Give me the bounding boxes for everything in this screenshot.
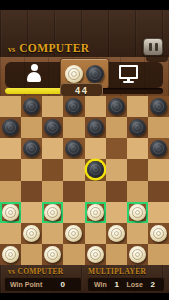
- white-checker[interactable]: [65, 225, 82, 242]
- square-d6[interactable]: [63, 138, 84, 159]
- square-h2[interactable]: [148, 223, 169, 244]
- square-a8[interactable]: [0, 96, 21, 117]
- player-bar: 44: [0, 57, 169, 96]
- win-point-label: Win Point: [10, 281, 42, 288]
- square-e3[interactable]: [85, 202, 106, 223]
- footer-right-heading: MULTIPLAYER: [88, 267, 146, 276]
- square-h7[interactable]: [148, 117, 169, 138]
- black-checker[interactable]: [65, 140, 82, 157]
- white-checker[interactable]: [23, 225, 40, 242]
- square-c4[interactable]: [42, 181, 63, 202]
- square-a3[interactable]: [0, 202, 21, 223]
- square-g2[interactable]: [127, 223, 148, 244]
- square-a2[interactable]: [0, 223, 21, 244]
- square-c8[interactable]: [42, 96, 63, 117]
- square-b8[interactable]: [21, 96, 42, 117]
- square-g6[interactable]: [127, 138, 148, 159]
- square-c1[interactable]: [42, 244, 63, 265]
- title-prefix: vs: [8, 45, 15, 54]
- square-d5[interactable]: [63, 159, 84, 180]
- board: [0, 96, 169, 265]
- square-d4[interactable]: [63, 181, 84, 202]
- square-e2[interactable]: [85, 223, 106, 244]
- square-b6[interactable]: [21, 138, 42, 159]
- black-checker[interactable]: [23, 140, 40, 157]
- black-checker[interactable]: [150, 140, 167, 157]
- square-f5[interactable]: [106, 159, 127, 180]
- square-h8[interactable]: [148, 96, 169, 117]
- black-checker[interactable]: [23, 98, 40, 115]
- footer: vs COMPUTER MULTIPLAYER Win Point 0 Win …: [0, 265, 169, 293]
- white-checker[interactable]: [150, 225, 167, 242]
- app-screen: vs COMPUTER 44 vs COMPUTER MU: [0, 0, 169, 300]
- square-h5[interactable]: [148, 159, 169, 180]
- square-c7[interactable]: [42, 117, 63, 138]
- square-e5[interactable]: [85, 159, 106, 180]
- black-checker[interactable]: [129, 119, 146, 136]
- white-checker[interactable]: [87, 246, 104, 263]
- square-b4[interactable]: [21, 181, 42, 202]
- white-checker[interactable]: [44, 246, 61, 263]
- square-f6[interactable]: [106, 138, 127, 159]
- timer-value: 44: [60, 83, 103, 97]
- white-checker[interactable]: [44, 204, 61, 221]
- white-checker[interactable]: [129, 204, 146, 221]
- square-c2[interactable]: [42, 223, 63, 244]
- square-g4[interactable]: [127, 181, 148, 202]
- black-checker[interactable]: [44, 119, 61, 136]
- black-checker[interactable]: [150, 98, 167, 115]
- square-g5[interactable]: [127, 159, 148, 180]
- white-checker[interactable]: [2, 246, 19, 263]
- pause-icon: [149, 43, 152, 51]
- square-h1[interactable]: [148, 244, 169, 265]
- square-g1[interactable]: [127, 244, 148, 265]
- square-e6[interactable]: [85, 138, 106, 159]
- square-g7[interactable]: [127, 117, 148, 138]
- square-d1[interactable]: [63, 244, 84, 265]
- square-f1[interactable]: [106, 244, 127, 265]
- page-title: vs COMPUTER: [8, 38, 89, 56]
- square-c3[interactable]: [42, 202, 63, 223]
- white-checker[interactable]: [108, 225, 125, 242]
- square-g8[interactable]: [127, 96, 148, 117]
- timer-progress-fill: [5, 88, 60, 94]
- computer-icon: [118, 65, 138, 83]
- black-checker[interactable]: [2, 119, 19, 136]
- square-b2[interactable]: [21, 223, 42, 244]
- square-a1[interactable]: [0, 244, 21, 265]
- win-label: Win: [94, 281, 107, 288]
- square-c6[interactable]: [42, 138, 63, 159]
- white-checker[interactable]: [87, 204, 104, 221]
- header: vs COMPUTER: [0, 10, 169, 57]
- square-h6[interactable]: [148, 138, 169, 159]
- white-checker-icon: [65, 65, 83, 83]
- player-icon: [26, 64, 42, 86]
- square-a6[interactable]: [0, 138, 21, 159]
- win-point-panel: Win Point 0: [4, 277, 82, 292]
- black-checker[interactable]: [87, 161, 104, 178]
- black-checker-icon: [86, 65, 104, 83]
- black-checker[interactable]: [87, 119, 104, 136]
- pause-icon: [155, 43, 158, 51]
- footer-left-heading: vs COMPUTER: [8, 267, 64, 276]
- square-a7[interactable]: [0, 117, 21, 138]
- lose-value: 2: [151, 280, 155, 289]
- square-b7[interactable]: [21, 117, 42, 138]
- square-b1[interactable]: [21, 244, 42, 265]
- square-a4[interactable]: [0, 181, 21, 202]
- square-f4[interactable]: [106, 181, 127, 202]
- square-d3[interactable]: [63, 202, 84, 223]
- square-h3[interactable]: [148, 202, 169, 223]
- square-d7[interactable]: [63, 117, 84, 138]
- white-checker[interactable]: [129, 246, 146, 263]
- square-f3[interactable]: [106, 202, 127, 223]
- square-d2[interactable]: [63, 223, 84, 244]
- white-checker[interactable]: [2, 204, 19, 221]
- square-d8[interactable]: [63, 96, 84, 117]
- square-e4[interactable]: [85, 181, 106, 202]
- square-b5[interactable]: [21, 159, 42, 180]
- square-f7[interactable]: [106, 117, 127, 138]
- square-f8[interactable]: [106, 96, 127, 117]
- pause-button[interactable]: [143, 38, 163, 56]
- win-point-value: 0: [61, 280, 65, 289]
- win-value: 1: [114, 280, 118, 289]
- corner-tab: [146, 55, 168, 62]
- square-a5[interactable]: [0, 159, 21, 180]
- title-text: COMPUTER: [19, 42, 89, 54]
- square-f2[interactable]: [106, 223, 127, 244]
- square-c5[interactable]: [42, 159, 63, 180]
- black-checker[interactable]: [108, 98, 125, 115]
- square-g3[interactable]: [127, 202, 148, 223]
- black-checker[interactable]: [65, 98, 82, 115]
- square-b3[interactable]: [21, 202, 42, 223]
- square-e7[interactable]: [85, 117, 106, 138]
- square-e8[interactable]: [85, 96, 106, 117]
- multiplayer-record-panel: Win 1 Lose 2: [87, 277, 165, 292]
- lose-label: Lose: [127, 281, 143, 288]
- square-e1[interactable]: [85, 244, 106, 265]
- square-h4[interactable]: [148, 181, 169, 202]
